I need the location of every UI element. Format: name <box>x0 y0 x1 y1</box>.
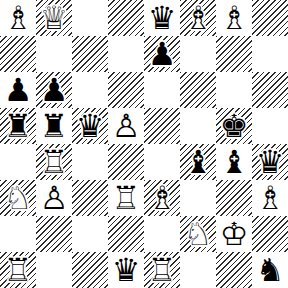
square-g6[interactable] <box>216 72 252 108</box>
white-pawn-silhouette: ♟ <box>40 182 69 214</box>
white-bishop-glyph: ♗ <box>256 182 285 214</box>
square-b5[interactable]: ♜♜ <box>36 108 72 144</box>
black-queen-glyph: ♛ <box>112 254 141 286</box>
square-c4[interactable] <box>72 144 108 180</box>
black-pawn-silhouette: ♟ <box>40 74 69 106</box>
square-d2[interactable] <box>108 216 144 252</box>
square-a4[interactable] <box>0 144 36 180</box>
black-queen-silhouette: ♛ <box>76 110 105 142</box>
square-c6[interactable] <box>72 72 108 108</box>
square-g8[interactable]: ♝♗ <box>216 0 252 36</box>
black-rook-piece: ♜♜ <box>0 108 36 144</box>
square-b6[interactable]: ♟♟ <box>36 72 72 108</box>
black-pawn-silhouette: ♟ <box>148 38 177 70</box>
black-pawn-glyph: ♟ <box>40 74 69 106</box>
square-a5[interactable]: ♜♜ <box>0 108 36 144</box>
black-knight-silhouette: ♞ <box>256 254 285 286</box>
square-d6[interactable] <box>108 72 144 108</box>
white-bishop-piece: ♝♗ <box>0 0 36 36</box>
square-h3[interactable]: ♝♗ <box>252 180 288 216</box>
white-bishop-silhouette: ♝ <box>184 2 213 34</box>
square-h1[interactable]: ♞♞ <box>252 252 288 288</box>
square-b4[interactable]: ♜♖ <box>36 144 72 180</box>
white-pawn-silhouette: ♟ <box>112 110 141 142</box>
black-rook-piece: ♜♜ <box>36 108 72 144</box>
white-pawn-glyph: ♙ <box>40 182 69 214</box>
square-f8[interactable]: ♝♗ <box>180 0 216 36</box>
white-knight-piece: ♞♘ <box>0 180 36 216</box>
square-f1[interactable] <box>180 252 216 288</box>
square-h4[interactable]: ♛♛ <box>252 144 288 180</box>
black-queen-piece: ♛♛ <box>252 144 288 180</box>
square-f4[interactable]: ♝♝ <box>180 144 216 180</box>
white-rook-glyph: ♖ <box>4 254 33 286</box>
square-a6[interactable]: ♟♟ <box>0 72 36 108</box>
black-pawn-piece: ♟♟ <box>144 36 180 72</box>
white-rook-piece: ♜♖ <box>36 144 72 180</box>
white-knight-silhouette: ♞ <box>184 218 213 250</box>
square-e7[interactable]: ♟♟ <box>144 36 180 72</box>
square-c5[interactable]: ♛♛ <box>72 108 108 144</box>
black-pawn-piece: ♟♟ <box>0 72 36 108</box>
square-c3[interactable] <box>72 180 108 216</box>
square-a3[interactable]: ♞♘ <box>0 180 36 216</box>
black-queen-silhouette: ♛ <box>112 254 141 286</box>
square-d1[interactable]: ♛♛ <box>108 252 144 288</box>
square-d3[interactable]: ♜♖ <box>108 180 144 216</box>
square-f7[interactable] <box>180 36 216 72</box>
black-pawn-glyph: ♟ <box>148 38 177 70</box>
square-h8[interactable] <box>252 0 288 36</box>
square-e5[interactable] <box>144 108 180 144</box>
white-bishop-silhouette: ♝ <box>148 182 177 214</box>
square-e3[interactable]: ♝♗ <box>144 180 180 216</box>
black-queen-silhouette: ♛ <box>256 146 285 178</box>
white-rook-glyph: ♖ <box>148 254 177 286</box>
black-queen-piece: ♛♛ <box>72 108 108 144</box>
square-f5[interactable] <box>180 108 216 144</box>
black-knight-piece: ♞♞ <box>252 252 288 288</box>
black-bishop-piece: ♝♝ <box>180 144 216 180</box>
white-king-silhouette: ♚ <box>220 218 249 250</box>
square-a1[interactable]: ♜♖ <box>0 252 36 288</box>
black-queen-glyph: ♛ <box>148 2 177 34</box>
white-rook-silhouette: ♜ <box>112 182 141 214</box>
black-queen-glyph: ♛ <box>256 146 285 178</box>
white-bishop-piece: ♝♗ <box>144 180 180 216</box>
square-a2[interactable] <box>0 216 36 252</box>
square-f6[interactable] <box>180 72 216 108</box>
square-e6[interactable] <box>144 72 180 108</box>
square-g2[interactable]: ♚♔ <box>216 216 252 252</box>
white-king-glyph: ♔ <box>220 218 249 250</box>
black-pawn-piece: ♟♟ <box>36 72 72 108</box>
white-bishop-glyph: ♗ <box>184 2 213 34</box>
white-knight-piece: ♞♘ <box>180 216 216 252</box>
chess-board: ♝♗♛♕♛♛♝♗♝♗♟♟♟♟♟♟♜♜♜♜♛♛♟♙♚♚♜♖♝♝♝♝♛♛♞♘♟♙♜♖… <box>0 0 288 288</box>
white-pawn-piece: ♟♙ <box>108 108 144 144</box>
white-bishop-piece: ♝♗ <box>252 180 288 216</box>
square-h2[interactable] <box>252 216 288 252</box>
black-rook-silhouette: ♜ <box>4 110 33 142</box>
black-queen-piece: ♛♛ <box>108 252 144 288</box>
white-queen-glyph: ♕ <box>40 2 69 34</box>
square-a8[interactable]: ♝♗ <box>0 0 36 36</box>
white-bishop-silhouette: ♝ <box>256 182 285 214</box>
black-queen-glyph: ♛ <box>76 110 105 142</box>
white-rook-glyph: ♖ <box>112 182 141 214</box>
black-rook-glyph: ♜ <box>4 110 33 142</box>
black-rook-glyph: ♜ <box>40 110 69 142</box>
square-c1[interactable] <box>72 252 108 288</box>
square-a7[interactable] <box>0 36 36 72</box>
white-pawn-piece: ♟♙ <box>36 180 72 216</box>
square-c7[interactable] <box>72 36 108 72</box>
white-rook-silhouette: ♜ <box>40 146 69 178</box>
black-bishop-glyph: ♝ <box>220 146 249 178</box>
black-king-silhouette: ♚ <box>220 110 249 142</box>
square-g7[interactable] <box>216 36 252 72</box>
square-d5[interactable]: ♟♙ <box>108 108 144 144</box>
square-g5[interactable]: ♚♚ <box>216 108 252 144</box>
black-pawn-silhouette: ♟ <box>4 74 33 106</box>
square-f2[interactable]: ♞♘ <box>180 216 216 252</box>
white-queen-piece: ♛♕ <box>36 0 72 36</box>
white-bishop-glyph: ♗ <box>148 182 177 214</box>
square-d7[interactable] <box>108 36 144 72</box>
white-bishop-silhouette: ♝ <box>4 2 33 34</box>
black-bishop-silhouette: ♝ <box>220 146 249 178</box>
black-queen-piece: ♛♛ <box>144 0 180 36</box>
square-h5[interactable] <box>252 108 288 144</box>
black-queen-silhouette: ♛ <box>148 2 177 34</box>
white-bishop-piece: ♝♗ <box>180 0 216 36</box>
square-g4[interactable]: ♝♝ <box>216 144 252 180</box>
square-b1[interactable] <box>36 252 72 288</box>
square-c2[interactable] <box>72 216 108 252</box>
black-rook-silhouette: ♜ <box>40 110 69 142</box>
square-b3[interactable]: ♟♙ <box>36 180 72 216</box>
white-rook-piece: ♜♖ <box>0 252 36 288</box>
white-bishop-piece: ♝♗ <box>216 0 252 36</box>
white-bishop-glyph: ♗ <box>220 2 249 34</box>
white-rook-silhouette: ♜ <box>148 254 177 286</box>
black-bishop-piece: ♝♝ <box>216 144 252 180</box>
square-e8[interactable]: ♛♛ <box>144 0 180 36</box>
square-f3[interactable] <box>180 180 216 216</box>
square-e2[interactable] <box>144 216 180 252</box>
black-pawn-glyph: ♟ <box>4 74 33 106</box>
white-bishop-silhouette: ♝ <box>220 2 249 34</box>
white-rook-piece: ♜♖ <box>108 180 144 216</box>
square-g3[interactable] <box>216 180 252 216</box>
white-king-piece: ♚♔ <box>216 216 252 252</box>
white-queen-silhouette: ♛ <box>40 2 69 34</box>
white-knight-silhouette: ♞ <box>4 182 33 214</box>
square-e4[interactable] <box>144 144 180 180</box>
white-knight-glyph: ♘ <box>184 218 213 250</box>
square-e1[interactable]: ♜♖ <box>144 252 180 288</box>
square-h6[interactable] <box>252 72 288 108</box>
square-d4[interactable] <box>108 144 144 180</box>
white-rook-silhouette: ♜ <box>4 254 33 286</box>
black-king-piece: ♚♚ <box>216 108 252 144</box>
square-h7[interactable] <box>252 36 288 72</box>
square-d8[interactable] <box>108 0 144 36</box>
square-b2[interactable] <box>36 216 72 252</box>
square-b7[interactable] <box>36 36 72 72</box>
white-pawn-glyph: ♙ <box>112 110 141 142</box>
black-knight-glyph: ♞ <box>256 254 285 286</box>
square-g1[interactable] <box>216 252 252 288</box>
black-king-glyph: ♚ <box>220 110 249 142</box>
white-rook-piece: ♜♖ <box>144 252 180 288</box>
black-bishop-glyph: ♝ <box>184 146 213 178</box>
white-rook-glyph: ♖ <box>40 146 69 178</box>
black-bishop-silhouette: ♝ <box>184 146 213 178</box>
square-c8[interactable] <box>72 0 108 36</box>
square-b8[interactable]: ♛♕ <box>36 0 72 36</box>
white-knight-glyph: ♘ <box>4 182 33 214</box>
white-bishop-glyph: ♗ <box>4 2 33 34</box>
